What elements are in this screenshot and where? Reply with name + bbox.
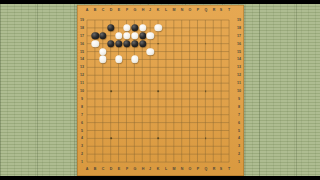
coord-label-right-13: 13 (235, 66, 242, 70)
coord-label-bottom-A: A (84, 167, 91, 171)
coord-label-left-15: 15 (78, 50, 85, 54)
coord-label-top-T: T (226, 8, 233, 12)
star-point-Q4 (205, 138, 207, 140)
coord-label-right-16: 16 (235, 42, 242, 46)
coord-label-left-4: 4 (78, 137, 85, 141)
coord-label-top-E: E (115, 8, 122, 12)
coord-label-bottom-E: E (115, 167, 122, 171)
coord-label-right-4: 4 (235, 137, 242, 141)
coord-label-top-R: R (210, 8, 217, 12)
coord-label-left-19: 19 (78, 18, 85, 22)
coord-label-top-A: A (84, 8, 91, 12)
coord-label-right-5: 5 (235, 129, 242, 133)
coord-label-top-L: L (163, 8, 170, 12)
coord-label-bottom-T: T (226, 167, 233, 171)
coord-label-right-3: 3 (235, 144, 242, 148)
coord-label-top-Q: Q (202, 8, 209, 12)
coord-label-bottom-S: S (218, 167, 225, 171)
coord-label-bottom-M: M (171, 167, 178, 171)
coord-label-bottom-G: G (131, 167, 138, 171)
coord-label-bottom-L: L (163, 167, 170, 171)
coord-label-top-F: F (123, 8, 130, 12)
coord-label-top-P: P (194, 8, 201, 12)
coord-label-bottom-J: J (147, 167, 154, 171)
coord-label-left-16: 16 (78, 42, 85, 46)
coord-label-bottom-P: P (194, 167, 201, 171)
coord-label-left-9: 9 (78, 97, 85, 101)
coord-label-left-7: 7 (78, 113, 85, 117)
star-point-Q10 (205, 90, 207, 92)
coord-label-top-M: M (171, 8, 178, 12)
coord-label-top-J: J (147, 8, 154, 12)
coord-label-right-19: 19 (235, 18, 242, 22)
coord-label-left-17: 17 (78, 34, 85, 38)
coord-label-bottom-F: F (123, 167, 130, 171)
coord-label-left-12: 12 (78, 73, 85, 77)
coord-label-right-11: 11 (235, 81, 242, 85)
coord-label-left-5: 5 (78, 129, 85, 133)
coord-label-left-13: 13 (78, 66, 85, 70)
coord-label-right-6: 6 (235, 121, 242, 125)
screenshot-frame: AABBCCDDEEFFGGHHJJKKLLMMNNOOPPQQRRSSTT19… (0, 0, 320, 180)
coord-label-right-7: 7 (235, 113, 242, 117)
coord-label-top-O: O (186, 8, 193, 12)
coord-label-right-1: 1 (235, 160, 242, 164)
coord-label-right-10: 10 (235, 89, 242, 93)
coord-label-left-10: 10 (78, 89, 85, 93)
coord-label-bottom-Q: Q (202, 167, 209, 171)
coord-label-bottom-O: O (186, 167, 193, 171)
star-point-K10 (157, 90, 159, 92)
coord-label-left-2: 2 (78, 152, 85, 156)
coord-label-left-14: 14 (78, 58, 85, 62)
coord-label-top-S: S (218, 8, 225, 12)
coord-label-bottom-R: R (210, 167, 217, 171)
coord-label-left-8: 8 (78, 105, 85, 109)
coord-label-bottom-C: C (99, 167, 106, 171)
star-point-K16 (157, 43, 159, 45)
coord-label-top-G: G (131, 8, 138, 12)
coord-label-right-12: 12 (235, 73, 242, 77)
coord-label-left-3: 3 (78, 144, 85, 148)
coord-label-top-H: H (139, 8, 146, 12)
coord-label-top-C: C (99, 8, 106, 12)
coord-label-top-B: B (92, 8, 99, 12)
coord-label-bottom-D: D (107, 167, 114, 171)
coord-label-bottom-B: B (92, 167, 99, 171)
star-point-K4 (157, 138, 159, 140)
coord-label-right-14: 14 (235, 58, 242, 62)
coord-label-top-N: N (178, 8, 185, 12)
star-point-D4 (110, 138, 112, 140)
coord-label-left-11: 11 (78, 81, 85, 85)
coord-label-bottom-N: N (178, 167, 185, 171)
coord-label-right-15: 15 (235, 50, 242, 54)
coord-label-bottom-K: K (155, 167, 162, 171)
coord-label-bottom-H: H (139, 167, 146, 171)
go-board[interactable]: AABBCCDDEEFFGGHHJJKKLLMMNNOOPPQQRRSSTT19… (77, 5, 244, 176)
coord-label-left-6: 6 (78, 121, 85, 125)
coord-label-right-2: 2 (235, 152, 242, 156)
coord-label-left-1: 1 (78, 160, 85, 164)
coord-label-left-18: 18 (78, 26, 85, 30)
coord-label-top-K: K (155, 8, 162, 12)
coord-label-right-18: 18 (235, 26, 242, 30)
coord-label-top-D: D (107, 8, 114, 12)
coord-label-right-9: 9 (235, 97, 242, 101)
letterbox-bottom (0, 176, 320, 180)
star-point-Q16 (205, 43, 207, 45)
coord-label-right-17: 17 (235, 34, 242, 38)
star-point-D10 (110, 90, 112, 92)
coord-label-right-8: 8 (235, 105, 242, 109)
